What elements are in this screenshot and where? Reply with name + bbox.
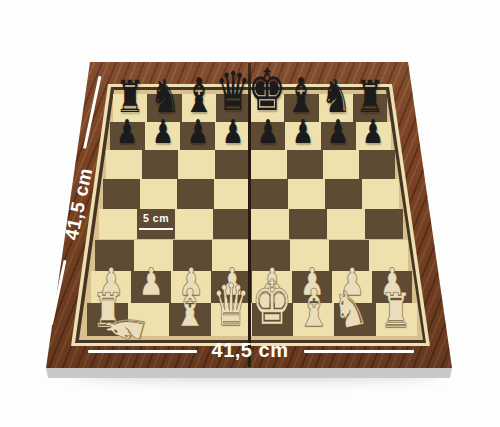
board-square-b6 <box>142 150 178 179</box>
board-square-g5 <box>325 179 362 209</box>
board-square-a6 <box>106 150 142 179</box>
white-rook: ♜ <box>380 286 412 334</box>
white-bishop: ♝ <box>296 282 331 334</box>
white-bishop: ♝ <box>173 282 208 334</box>
square-size-label: 5 cm <box>138 212 174 224</box>
board-square-c5 <box>177 179 214 209</box>
board-square-h5 <box>362 179 399 209</box>
black-pawn: ♟ <box>257 115 279 148</box>
black-pawn: ♟ <box>116 115 138 148</box>
white-queen: ♛ <box>212 276 250 334</box>
board-square-c6 <box>178 150 214 179</box>
black-pawn: ♟ <box>362 115 384 148</box>
board-square-f6 <box>287 150 323 179</box>
board-square-d5 <box>214 179 251 209</box>
width-dimension-line-right <box>304 350 414 353</box>
board-square-a5 <box>103 179 140 209</box>
square-size-underline <box>139 228 173 230</box>
board-square-e6 <box>251 150 287 179</box>
white-king: ♚ <box>252 272 293 334</box>
board-square-g6 <box>323 150 359 179</box>
board-square-d6 <box>215 150 251 179</box>
board-fold-seam <box>248 63 251 367</box>
board-square-b5 <box>140 179 177 209</box>
board-square-f4 <box>289 209 327 240</box>
board-square-e5 <box>251 179 288 209</box>
board-square-c4 <box>175 209 213 240</box>
board-square-d4 <box>213 209 251 240</box>
width-dimension-label: 41,5 cm <box>200 339 300 362</box>
board-square-e4 <box>251 209 289 240</box>
product-photo: ♜♞♝♛♚♝♞♜♟♟♟♟♟♟♟♟♟♟♟♟♟♟♟♟♜♞♝♛♚♝♞♜ 41,5 cm… <box>0 0 500 427</box>
board-square-f5 <box>288 179 325 209</box>
black-pawn: ♟ <box>187 115 209 148</box>
board-square-h4 <box>365 209 403 240</box>
board-square-h6 <box>359 150 395 179</box>
width-dimension-line-left <box>88 350 197 353</box>
black-pawn: ♟ <box>327 115 349 148</box>
black-pawn: ♟ <box>222 115 244 148</box>
board-square-a4 <box>99 209 137 240</box>
white-pawn: ♟ <box>139 263 164 301</box>
board-square-g4 <box>327 209 365 240</box>
black-pawn: ♟ <box>152 115 174 148</box>
black-pawn: ♟ <box>292 115 314 148</box>
